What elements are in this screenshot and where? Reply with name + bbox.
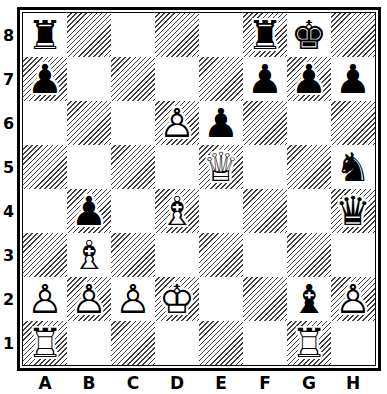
piece-glyph: ♕ — [203, 145, 239, 189]
board-grid: ♜♜♜♜♚♚♟♟♟♟♟♟♟♟♟♙♟♟♛♕♞♞♟♟♝♗♛♛♝♗♟♙♟♙♟♙♚♔♝♝… — [22, 12, 376, 366]
piece-glyph: ♗ — [159, 189, 195, 233]
piece-glyph: ♔ — [159, 277, 195, 321]
black-rook-piece: ♜♜ — [244, 14, 286, 56]
square-g1[interactable]: ♜♖ — [287, 321, 331, 365]
square-f1[interactable] — [243, 321, 287, 365]
rank-label-5: 5 — [0, 145, 17, 189]
square-f5[interactable] — [243, 145, 287, 189]
black-pawn-piece: ♟♟ — [288, 58, 330, 100]
rank-label-1: 1 — [0, 321, 17, 365]
square-e3[interactable] — [199, 233, 243, 277]
piece-glyph: ♟ — [291, 57, 327, 101]
square-g7[interactable]: ♟♟ — [287, 57, 331, 101]
square-g8[interactable]: ♚♚ — [287, 13, 331, 57]
square-c7[interactable] — [111, 57, 155, 101]
square-g4[interactable] — [287, 189, 331, 233]
piece-glyph: ♙ — [27, 277, 63, 321]
square-f4[interactable] — [243, 189, 287, 233]
black-pawn-piece: ♟♟ — [200, 102, 242, 144]
file-labels: ABCDEFGH — [17, 371, 381, 394]
square-e6[interactable]: ♟♟ — [199, 101, 243, 145]
black-king-piece: ♚♚ — [288, 14, 330, 56]
piece-glyph: ♟ — [335, 57, 371, 101]
black-knight-piece: ♞♞ — [332, 146, 374, 188]
square-a3[interactable] — [23, 233, 67, 277]
square-d7[interactable] — [155, 57, 199, 101]
piece-glyph: ♙ — [159, 101, 195, 145]
black-queen-piece: ♛♛ — [332, 190, 374, 232]
square-c4[interactable] — [111, 189, 155, 233]
square-f2[interactable] — [243, 277, 287, 321]
square-f8[interactable]: ♜♜ — [243, 13, 287, 57]
white-rook-piece: ♜♖ — [24, 322, 66, 364]
square-h6[interactable] — [331, 101, 375, 145]
square-d3[interactable] — [155, 233, 199, 277]
file-label-b: B — [67, 373, 111, 393]
square-g2[interactable]: ♝♝ — [287, 277, 331, 321]
piece-glyph: ♜ — [27, 13, 63, 57]
white-bishop-piece: ♝♗ — [68, 234, 110, 276]
square-f7[interactable]: ♟♟ — [243, 57, 287, 101]
square-c3[interactable] — [111, 233, 155, 277]
square-d4[interactable]: ♝♗ — [155, 189, 199, 233]
square-b5[interactable] — [67, 145, 111, 189]
piece-glyph: ♟ — [71, 189, 107, 233]
square-a7[interactable]: ♟♟ — [23, 57, 67, 101]
rank-label-2: 2 — [0, 277, 17, 321]
square-c2[interactable]: ♟♙ — [111, 277, 155, 321]
file-label-h: H — [331, 373, 375, 393]
square-d6[interactable]: ♟♙ — [155, 101, 199, 145]
square-g6[interactable] — [287, 101, 331, 145]
square-e7[interactable] — [199, 57, 243, 101]
file-label-f: F — [243, 373, 287, 393]
piece-glyph: ♗ — [71, 233, 107, 277]
black-pawn-piece: ♟♟ — [244, 58, 286, 100]
square-a4[interactable] — [23, 189, 67, 233]
square-d2[interactable]: ♚♔ — [155, 277, 199, 321]
square-a6[interactable] — [23, 101, 67, 145]
white-pawn-piece: ♟♙ — [332, 278, 374, 320]
file-label-c: C — [111, 373, 155, 393]
square-b2[interactable]: ♟♙ — [67, 277, 111, 321]
square-d5[interactable] — [155, 145, 199, 189]
square-d1[interactable] — [155, 321, 199, 365]
piece-glyph: ♞ — [335, 145, 371, 189]
piece-glyph: ♚ — [291, 13, 327, 57]
white-pawn-piece: ♟♙ — [112, 278, 154, 320]
white-bishop-piece: ♝♗ — [156, 190, 198, 232]
piece-glyph: ♛ — [335, 189, 371, 233]
square-c1[interactable] — [111, 321, 155, 365]
white-pawn-piece: ♟♙ — [68, 278, 110, 320]
square-e2[interactable] — [199, 277, 243, 321]
square-g5[interactable] — [287, 145, 331, 189]
square-d8[interactable] — [155, 13, 199, 57]
square-h8[interactable] — [331, 13, 375, 57]
piece-glyph: ♙ — [335, 277, 371, 321]
square-b3[interactable]: ♝♗ — [67, 233, 111, 277]
black-pawn-piece: ♟♟ — [68, 190, 110, 232]
black-pawn-piece: ♟♟ — [332, 58, 374, 100]
piece-glyph: ♟ — [203, 101, 239, 145]
square-e5[interactable]: ♛♕ — [199, 145, 243, 189]
file-label-g: G — [287, 373, 331, 393]
black-pawn-piece: ♟♟ — [24, 58, 66, 100]
square-h4[interactable]: ♛♛ — [331, 189, 375, 233]
piece-glyph: ♖ — [291, 321, 327, 365]
square-a1[interactable]: ♜♖ — [23, 321, 67, 365]
square-b1[interactable] — [67, 321, 111, 365]
square-b8[interactable] — [67, 13, 111, 57]
piece-glyph: ♙ — [115, 277, 151, 321]
square-e4[interactable] — [199, 189, 243, 233]
square-a2[interactable]: ♟♙ — [23, 277, 67, 321]
square-c5[interactable] — [111, 145, 155, 189]
square-g3[interactable] — [287, 233, 331, 277]
file-label-e: E — [199, 373, 243, 393]
rank-labels: 87654321 — [0, 7, 17, 371]
square-h1[interactable] — [331, 321, 375, 365]
rank-label-6: 6 — [0, 101, 17, 145]
piece-glyph: ♝ — [291, 277, 327, 321]
black-rook-piece: ♜♜ — [24, 14, 66, 56]
square-h5[interactable]: ♞♞ — [331, 145, 375, 189]
square-b6[interactable] — [67, 101, 111, 145]
square-c6[interactable] — [111, 101, 155, 145]
square-e8[interactable] — [199, 13, 243, 57]
white-pawn-piece: ♟♙ — [156, 102, 198, 144]
white-king-piece: ♚♔ — [156, 278, 198, 320]
piece-glyph: ♙ — [71, 277, 107, 321]
square-f6[interactable] — [243, 101, 287, 145]
rank-label-8: 8 — [0, 13, 17, 57]
square-f3[interactable] — [243, 233, 287, 277]
square-h3[interactable] — [331, 233, 375, 277]
rank-label-3: 3 — [0, 233, 17, 277]
square-b4[interactable]: ♟♟ — [67, 189, 111, 233]
square-h7[interactable]: ♟♟ — [331, 57, 375, 101]
square-a5[interactable] — [23, 145, 67, 189]
file-label-a: A — [23, 373, 67, 393]
white-queen-piece: ♛♕ — [200, 146, 242, 188]
white-rook-piece: ♜♖ — [288, 322, 330, 364]
piece-glyph: ♜ — [247, 13, 283, 57]
rank-label-4: 4 — [0, 189, 17, 233]
square-c8[interactable] — [111, 13, 155, 57]
white-pawn-piece: ♟♙ — [24, 278, 66, 320]
board-frame: ♜♜♜♜♚♚♟♟♟♟♟♟♟♟♟♙♟♟♛♕♞♞♟♟♝♗♛♛♝♗♟♙♟♙♟♙♚♔♝♝… — [17, 7, 381, 371]
square-a8[interactable]: ♜♜ — [23, 13, 67, 57]
chess-diagram: 87654321 ♜♜♜♜♚♚♟♟♟♟♟♟♟♟♟♙♟♟♛♕♞♞♟♟♝♗♛♛♝♗♟… — [0, 0, 387, 394]
file-label-d: D — [155, 373, 199, 393]
piece-glyph: ♖ — [27, 321, 63, 365]
rank-label-7: 7 — [0, 57, 17, 101]
square-h2[interactable]: ♟♙ — [331, 277, 375, 321]
piece-glyph: ♟ — [27, 57, 63, 101]
square-e1[interactable] — [199, 321, 243, 365]
black-bishop-piece: ♝♝ — [288, 278, 330, 320]
square-b7[interactable] — [67, 57, 111, 101]
piece-glyph: ♟ — [247, 57, 283, 101]
